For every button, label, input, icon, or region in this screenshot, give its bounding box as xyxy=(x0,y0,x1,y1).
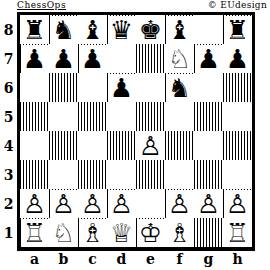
square-c6[interactable] xyxy=(78,73,107,102)
piece-wP-e4[interactable]: ♙ xyxy=(138,132,164,160)
square-h7[interactable]: ♟ xyxy=(223,44,252,73)
square-h3[interactable] xyxy=(223,160,252,189)
square-e8[interactable]: ♚ xyxy=(136,15,165,44)
piece-bP-h7[interactable]: ♟ xyxy=(225,45,251,73)
square-f3[interactable] xyxy=(165,160,194,189)
file-label-c: c xyxy=(78,250,107,267)
square-f4[interactable] xyxy=(165,131,194,160)
piece-bB-c8[interactable]: ♝ xyxy=(80,16,106,44)
file-label-a: a xyxy=(20,250,49,267)
piece-wB-f1[interactable]: ♗ xyxy=(167,219,193,247)
square-g4[interactable] xyxy=(194,131,223,160)
square-g1[interactable] xyxy=(194,218,223,247)
piece-bB-f8[interactable]: ♝ xyxy=(167,16,193,44)
square-a8[interactable]: ♜ xyxy=(20,15,49,44)
square-g3[interactable] xyxy=(194,160,223,189)
piece-wP-f2[interactable]: ♙ xyxy=(167,190,193,218)
square-b7[interactable]: ♟ xyxy=(49,44,78,73)
square-b6[interactable] xyxy=(49,73,78,102)
square-c5[interactable] xyxy=(78,102,107,131)
square-c4[interactable] xyxy=(78,131,107,160)
piece-bQ-d8[interactable]: ♛ xyxy=(109,16,135,44)
square-b8[interactable]: ♞ xyxy=(49,15,78,44)
square-h1[interactable]: ♖ xyxy=(223,218,252,247)
square-e7[interactable] xyxy=(136,44,165,73)
piece-bK-e8[interactable]: ♚ xyxy=(138,16,164,44)
square-d3[interactable] xyxy=(107,160,136,189)
square-g7[interactable]: ♟ xyxy=(194,44,223,73)
square-h4[interactable] xyxy=(223,131,252,160)
square-f5[interactable] xyxy=(165,102,194,131)
square-b1[interactable]: ♘ xyxy=(49,218,78,247)
square-f1[interactable]: ♗ xyxy=(165,218,194,247)
square-e4[interactable]: ♙ xyxy=(136,131,165,160)
square-f2[interactable]: ♙ xyxy=(165,189,194,218)
piece-wR-a1[interactable]: ♖ xyxy=(22,219,48,247)
piece-wN-f7[interactable]: ♘ xyxy=(167,45,193,73)
square-a2[interactable]: ♙ xyxy=(20,189,49,218)
square-d4[interactable] xyxy=(107,131,136,160)
file-label-e: e xyxy=(136,250,165,267)
piece-wR-h1[interactable]: ♖ xyxy=(225,219,251,247)
piece-bP-d6[interactable]: ♟ xyxy=(109,74,135,102)
file-label-b: b xyxy=(49,250,78,267)
square-g6[interactable] xyxy=(194,73,223,102)
square-e5[interactable] xyxy=(136,102,165,131)
square-a1[interactable]: ♖ xyxy=(20,218,49,247)
piece-wB-c1[interactable]: ♗ xyxy=(80,219,106,247)
rank-label-2: 2 xyxy=(0,189,17,218)
piece-wK-e1[interactable]: ♔ xyxy=(138,219,164,247)
square-a4[interactable] xyxy=(20,131,49,160)
square-a7[interactable]: ♟ xyxy=(20,44,49,73)
square-h6[interactable] xyxy=(223,73,252,102)
square-c8[interactable]: ♝ xyxy=(78,15,107,44)
square-e6[interactable] xyxy=(136,73,165,102)
square-c3[interactable] xyxy=(78,160,107,189)
header: ChessOps © EUdesign xyxy=(17,0,267,12)
piece-bP-c7[interactable]: ♟ xyxy=(80,45,106,73)
square-c7[interactable]: ♟ xyxy=(78,44,107,73)
board: ♜♞♝♛♚♝♜♟♟♟♘♟♟♟♞♙♙♙♙♙♙♙♙♖♘♗♕♔♗♖ xyxy=(17,12,255,251)
square-e3[interactable] xyxy=(136,160,165,189)
copyright-credit: © EUdesign xyxy=(208,0,267,11)
square-d5[interactable] xyxy=(107,102,136,131)
square-b2[interactable]: ♙ xyxy=(49,189,78,218)
file-label-d: d xyxy=(107,250,136,267)
piece-wP-a2[interactable]: ♙ xyxy=(22,190,48,218)
rank-label-5: 5 xyxy=(0,102,17,131)
square-f8[interactable]: ♝ xyxy=(165,15,194,44)
square-g8[interactable] xyxy=(194,15,223,44)
square-f6[interactable]: ♞ xyxy=(165,73,194,102)
rank-label-8: 8 xyxy=(0,15,17,44)
square-f7[interactable]: ♘ xyxy=(165,44,194,73)
square-d1[interactable]: ♕ xyxy=(107,218,136,247)
piece-bP-b7[interactable]: ♟ xyxy=(51,45,77,73)
square-d7[interactable] xyxy=(107,44,136,73)
piece-wP-g2[interactable]: ♙ xyxy=(196,190,222,218)
square-g2[interactable]: ♙ xyxy=(194,189,223,218)
piece-bP-a7[interactable]: ♟ xyxy=(22,45,48,73)
piece-wQ-d1[interactable]: ♕ xyxy=(109,219,135,247)
square-a5[interactable] xyxy=(20,102,49,131)
square-e2[interactable] xyxy=(136,189,165,218)
piece-wP-h2[interactable]: ♙ xyxy=(225,190,251,218)
rank-label-4: 4 xyxy=(0,131,17,160)
square-b4[interactable] xyxy=(49,131,78,160)
square-h2[interactable]: ♙ xyxy=(223,189,252,218)
rank-label-6: 6 xyxy=(0,73,17,102)
file-label-f: f xyxy=(165,250,194,267)
piece-wP-d2[interactable]: ♙ xyxy=(109,190,135,218)
square-b3[interactable] xyxy=(49,160,78,189)
square-a3[interactable] xyxy=(20,160,49,189)
piece-bN-f6[interactable]: ♞ xyxy=(167,74,193,102)
square-d8[interactable]: ♛ xyxy=(107,15,136,44)
square-c1[interactable]: ♗ xyxy=(78,218,107,247)
square-g5[interactable] xyxy=(194,102,223,131)
square-h5[interactable] xyxy=(223,102,252,131)
piece-wP-b2[interactable]: ♙ xyxy=(51,190,77,218)
piece-bR-h8[interactable]: ♜ xyxy=(225,16,251,44)
piece-bP-g7[interactable]: ♟ xyxy=(196,45,222,73)
piece-bR-a8[interactable]: ♜ xyxy=(22,16,48,44)
square-e1[interactable]: ♔ xyxy=(136,218,165,247)
rank-label-7: 7 xyxy=(0,44,17,73)
piece-wP-c2[interactable]: ♙ xyxy=(80,190,106,218)
file-label-g: g xyxy=(194,250,223,267)
file-labels: abcdefgh xyxy=(20,250,252,267)
rank-labels: 87654321 xyxy=(0,15,17,247)
rank-label-1: 1 xyxy=(0,218,17,247)
file-label-h: h xyxy=(223,250,252,267)
chessops-app: ChessOps © EUdesign 87654321 ♜♞♝♛♚♝♜♟♟♟♘… xyxy=(0,0,270,270)
square-a6[interactable] xyxy=(20,73,49,102)
app-title-link[interactable]: ChessOps xyxy=(17,0,66,11)
piece-bN-b8[interactable]: ♞ xyxy=(51,16,77,44)
piece-wN-b1[interactable]: ♘ xyxy=(51,219,77,247)
square-b5[interactable] xyxy=(49,102,78,131)
square-d6[interactable]: ♟ xyxy=(107,73,136,102)
square-c2[interactable]: ♙ xyxy=(78,189,107,218)
rank-label-3: 3 xyxy=(0,160,17,189)
square-h8[interactable]: ♜ xyxy=(223,15,252,44)
square-d2[interactable]: ♙ xyxy=(107,189,136,218)
